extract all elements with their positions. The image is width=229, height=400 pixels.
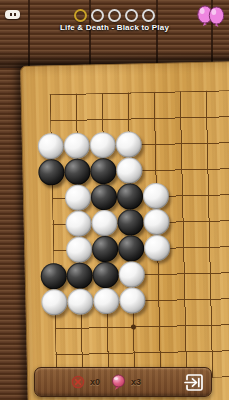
exit-button[interactable]: [184, 372, 205, 393]
white-stone: [116, 157, 143, 184]
white-stone: [118, 261, 145, 288]
white-stone: [91, 210, 118, 237]
star-point: [130, 324, 135, 329]
progress-dot: [74, 9, 87, 22]
go-board[interactable]: [20, 60, 229, 400]
hint-ball-icon: [111, 374, 126, 391]
white-stone: [64, 132, 91, 159]
black-stone: [66, 262, 93, 289]
white-stone: [143, 183, 170, 210]
white-stone: [90, 132, 117, 159]
white-stone: [65, 184, 92, 211]
white-stone: [143, 209, 170, 236]
progress-dot: [91, 9, 104, 22]
app-screen: Life & Death - Black to Play x0: [0, 0, 229, 400]
black-stone: [118, 235, 145, 262]
white-stone: [65, 210, 92, 237]
white-stone: [116, 131, 143, 158]
progress-dot: [142, 9, 155, 22]
hints-count-label: x3: [131, 377, 141, 387]
progress-dot: [108, 9, 121, 22]
white-stone: [144, 235, 171, 262]
white-stone: [93, 288, 120, 315]
bottom-toolbar: x0 x3: [34, 367, 212, 397]
black-stone: [90, 158, 117, 185]
black-stone: [64, 158, 91, 185]
black-stone: [92, 236, 119, 263]
black-stone: [40, 263, 67, 290]
black-stone: [38, 159, 65, 186]
mistake-counter-icon: [71, 375, 85, 389]
white-stone: [67, 288, 94, 315]
mistakes-count-label: x0: [90, 377, 100, 387]
white-stone: [41, 289, 68, 316]
progress-dot: [125, 9, 138, 22]
go-grid[interactable]: [50, 89, 229, 381]
white-stone: [38, 133, 65, 160]
white-stone: [119, 287, 146, 314]
black-stone: [117, 209, 144, 236]
exit-arrow-icon: [184, 372, 205, 393]
hint-balloons-icon[interactable]: [195, 3, 227, 30]
black-stone: [92, 262, 119, 289]
black-stone: [91, 184, 118, 211]
black-stone: [117, 183, 144, 210]
white-stone: [66, 236, 93, 263]
